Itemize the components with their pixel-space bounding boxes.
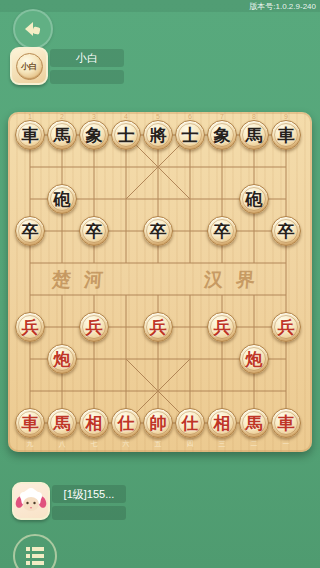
piece-red-兵[interactable]: 兵 bbox=[79, 312, 109, 342]
file-label-bottom: 二 bbox=[248, 439, 260, 448]
river-label-left: 楚河 bbox=[51, 267, 117, 293]
sheep-avatar-icon bbox=[15, 485, 47, 517]
version-label: 版本号:1.0.2.9-240 bbox=[249, 2, 316, 11]
file-label-bottom: 七 bbox=[88, 439, 100, 448]
piece-glyph: 馬 bbox=[246, 415, 263, 432]
piece-black-馬[interactable]: 馬 bbox=[239, 120, 269, 150]
bottom-player-info-bar bbox=[52, 506, 126, 520]
piece-glyph: 兵 bbox=[86, 319, 103, 336]
piece-black-士[interactable]: 士 bbox=[111, 120, 141, 150]
piece-glyph: 馬 bbox=[54, 415, 71, 432]
piece-black-卒[interactable]: 卒 bbox=[143, 216, 173, 246]
piece-red-馬[interactable]: 馬 bbox=[47, 408, 77, 438]
top-player-name: 小白 bbox=[50, 49, 124, 67]
file-label-bottom: 一 bbox=[280, 439, 292, 448]
piece-black-卒[interactable]: 卒 bbox=[271, 216, 301, 246]
piece-glyph: 炮 bbox=[54, 351, 71, 368]
piece-glyph: 帥 bbox=[150, 415, 167, 432]
list-icon bbox=[26, 547, 44, 565]
piece-red-炮[interactable]: 炮 bbox=[239, 344, 269, 374]
piece-glyph: 仕 bbox=[118, 415, 135, 432]
piece-glyph: 將 bbox=[150, 127, 167, 144]
piece-red-仕[interactable]: 仕 bbox=[175, 408, 205, 438]
file-label-bottom: 四 bbox=[184, 439, 196, 448]
piece-glyph: 兵 bbox=[22, 319, 39, 336]
piece-red-兵[interactable]: 兵 bbox=[143, 312, 173, 342]
top-player-avatar[interactable]: 小白 bbox=[10, 47, 48, 85]
piece-glyph: 象 bbox=[86, 127, 103, 144]
piece-black-卒[interactable]: 卒 bbox=[15, 216, 45, 246]
piece-red-車[interactable]: 車 bbox=[271, 408, 301, 438]
piece-glyph: 士 bbox=[182, 127, 199, 144]
piece-glyph: 車 bbox=[22, 415, 39, 432]
piece-glyph: 車 bbox=[278, 415, 295, 432]
piece-black-將[interactable]: 將 bbox=[143, 120, 173, 150]
piece-black-卒[interactable]: 卒 bbox=[207, 216, 237, 246]
piece-black-馬[interactable]: 馬 bbox=[47, 120, 77, 150]
file-label-bottom: 三 bbox=[216, 439, 228, 448]
piece-red-仕[interactable]: 仕 bbox=[111, 408, 141, 438]
piece-red-相[interactable]: 相 bbox=[79, 408, 109, 438]
file-label-bottom: 六 bbox=[120, 439, 132, 448]
piece-glyph: 象 bbox=[214, 127, 231, 144]
bottom-player-name: [1级]155... bbox=[52, 485, 126, 503]
piece-glyph: 兵 bbox=[150, 319, 167, 336]
piece-black-車[interactable]: 車 bbox=[15, 120, 45, 150]
piece-black-象[interactable]: 象 bbox=[79, 120, 109, 150]
piece-red-車[interactable]: 車 bbox=[15, 408, 45, 438]
piece-black-象[interactable]: 象 bbox=[207, 120, 237, 150]
piece-glyph: 卒 bbox=[86, 223, 103, 240]
piece-glyph: 仕 bbox=[182, 415, 199, 432]
piece-glyph: 車 bbox=[22, 127, 39, 144]
piece-black-卒[interactable]: 卒 bbox=[79, 216, 109, 246]
file-label-bottom: 九 bbox=[24, 439, 36, 448]
piece-red-兵[interactable]: 兵 bbox=[207, 312, 237, 342]
piece-red-帥[interactable]: 帥 bbox=[143, 408, 173, 438]
file-label-bottom: 八 bbox=[56, 439, 68, 448]
piece-glyph: 士 bbox=[118, 127, 135, 144]
bottom-player-avatar[interactable] bbox=[12, 482, 50, 520]
piece-glyph: 馬 bbox=[246, 127, 263, 144]
top-avatar-piece-icon: 小白 bbox=[16, 53, 43, 80]
river-label-right: 汉界 bbox=[203, 267, 269, 293]
piece-glyph: 卒 bbox=[22, 223, 39, 240]
piece-glyph: 車 bbox=[278, 127, 295, 144]
piece-black-車[interactable]: 車 bbox=[271, 120, 301, 150]
top-player-info-bar bbox=[50, 70, 124, 84]
piece-red-炮[interactable]: 炮 bbox=[47, 344, 77, 374]
piece-glyph: 相 bbox=[86, 415, 103, 432]
piece-glyph: 砲 bbox=[246, 191, 263, 208]
piece-glyph: 卒 bbox=[278, 223, 295, 240]
piece-glyph: 卒 bbox=[150, 223, 167, 240]
piece-black-士[interactable]: 士 bbox=[175, 120, 205, 150]
piece-red-兵[interactable]: 兵 bbox=[15, 312, 45, 342]
piece-red-相[interactable]: 相 bbox=[207, 408, 237, 438]
xiangqi-board[interactable]: 楚河 汉界 123456789九八七六五四三二一車馬象士將士象馬車砲砲卒卒卒卒卒… bbox=[8, 112, 312, 452]
back-icon bbox=[22, 18, 44, 40]
piece-glyph: 卒 bbox=[214, 223, 231, 240]
piece-glyph: 兵 bbox=[214, 319, 231, 336]
piece-black-砲[interactable]: 砲 bbox=[239, 184, 269, 214]
piece-glyph: 兵 bbox=[278, 319, 295, 336]
file-label-bottom: 五 bbox=[152, 439, 164, 448]
back-button[interactable] bbox=[13, 9, 53, 49]
piece-red-兵[interactable]: 兵 bbox=[271, 312, 301, 342]
piece-glyph: 馬 bbox=[54, 127, 71, 144]
piece-red-馬[interactable]: 馬 bbox=[239, 408, 269, 438]
piece-glyph: 炮 bbox=[246, 351, 263, 368]
piece-glyph: 砲 bbox=[54, 191, 71, 208]
piece-black-砲[interactable]: 砲 bbox=[47, 184, 77, 214]
menu-button[interactable] bbox=[13, 534, 57, 568]
piece-glyph: 相 bbox=[214, 415, 231, 432]
